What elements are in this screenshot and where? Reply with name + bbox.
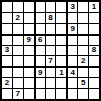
empty-cell-r2c9[interactable] [89, 13, 99, 23]
empty-cell-r1c5[interactable] [46, 2, 56, 12]
empty-cell-r2c4[interactable] [36, 13, 45, 23]
empty-cell-r2c8[interactable] [78, 13, 88, 23]
empty-cell-r9c4[interactable] [36, 89, 45, 99]
empty-cell-r2c1[interactable] [2, 13, 12, 23]
empty-cell-r8c2[interactable] [13, 78, 23, 88]
empty-cell-r6c3[interactable] [24, 56, 34, 66]
given-digit-r5c1: 3 [2, 46, 12, 56]
empty-cell-r4c5[interactable] [46, 36, 56, 45]
empty-cell-r7c1[interactable] [2, 68, 12, 77]
empty-cell-r8c5[interactable] [46, 78, 56, 88]
given-digit-r3c7: 9 [68, 24, 77, 34]
empty-cell-r3c5[interactable] [46, 24, 56, 34]
empty-cell-r8c9[interactable] [89, 78, 99, 88]
empty-cell-r1c2[interactable] [13, 2, 23, 12]
given-digit-r9c2: 7 [13, 89, 23, 99]
empty-cell-r1c1[interactable] [2, 2, 12, 12]
empty-cell-r3c4[interactable] [36, 24, 45, 34]
given-digit-r6c5: 7 [46, 56, 56, 66]
empty-cell-r6c2[interactable] [13, 56, 23, 66]
given-digit-r5c9: 8 [89, 46, 99, 56]
empty-cell-r2c7[interactable] [68, 13, 77, 23]
given-digit-r1c7: 3 [68, 2, 77, 12]
empty-cell-r5c4[interactable] [36, 46, 45, 56]
empty-cell-r3c2[interactable] [13, 24, 23, 34]
empty-cell-r3c8[interactable] [78, 24, 88, 34]
empty-cell-r9c7[interactable] [68, 89, 77, 99]
empty-cell-r7c9[interactable] [89, 68, 99, 77]
empty-cell-r5c2[interactable] [13, 46, 23, 56]
empty-cell-r1c4[interactable] [36, 2, 45, 12]
empty-cell-r6c4[interactable] [36, 56, 45, 66]
given-digit-r7c4: 9 [36, 68, 45, 77]
given-digit-r8c1: 2 [2, 78, 12, 88]
empty-cell-r7c5[interactable] [46, 68, 56, 77]
empty-cell-r9c1[interactable] [2, 89, 12, 99]
empty-cell-r6c7[interactable] [68, 56, 77, 66]
empty-cell-r6c9[interactable] [89, 56, 99, 66]
empty-cell-r9c8[interactable] [78, 89, 88, 99]
given-digit-r1c9: 1 [89, 2, 99, 12]
given-digit-r2c5: 8 [46, 13, 56, 23]
empty-cell-r5c3[interactable] [24, 46, 34, 56]
empty-cell-r1c6[interactable] [56, 2, 66, 12]
empty-cell-r4c6[interactable] [56, 36, 66, 45]
empty-cell-r8c7[interactable] [68, 78, 77, 88]
empty-cell-r5c6[interactable] [56, 46, 66, 56]
empty-cell-r4c7[interactable] [68, 36, 77, 45]
empty-cell-r5c8[interactable] [78, 46, 88, 56]
given-digit-r8c8: 5 [78, 78, 88, 88]
given-digit-r4c4: 6 [36, 36, 45, 45]
sudoku-board: 31289963872914257 [0, 0, 101, 101]
empty-cell-r9c3[interactable] [24, 89, 34, 99]
empty-cell-r7c3[interactable] [24, 68, 34, 77]
empty-cell-r7c8[interactable] [78, 68, 88, 77]
empty-cell-r3c1[interactable] [2, 24, 12, 34]
empty-cell-r4c9[interactable] [89, 36, 99, 45]
given-digit-r4c3: 9 [24, 36, 34, 45]
empty-cell-r9c5[interactable] [46, 89, 56, 99]
given-digit-r7c7: 4 [68, 68, 77, 77]
empty-cell-r4c2[interactable] [13, 36, 23, 45]
empty-cell-r4c1[interactable] [2, 36, 12, 45]
empty-cell-r9c6[interactable] [56, 89, 66, 99]
given-digit-r2c2: 2 [13, 13, 23, 23]
empty-cell-r1c3[interactable] [24, 2, 34, 12]
empty-cell-r1c8[interactable] [78, 2, 88, 12]
empty-cell-r5c5[interactable] [46, 46, 56, 56]
empty-cell-r2c3[interactable] [24, 13, 34, 23]
empty-cell-r6c1[interactable] [2, 56, 12, 66]
empty-cell-r6c6[interactable] [56, 56, 66, 66]
empty-cell-r7c2[interactable] [13, 68, 23, 77]
empty-cell-r3c6[interactable] [56, 24, 66, 34]
given-digit-r6c8: 2 [78, 56, 88, 66]
empty-cell-r2c6[interactable] [56, 13, 66, 23]
empty-cell-r5c7[interactable] [68, 46, 77, 56]
empty-cell-r3c3[interactable] [24, 24, 34, 34]
empty-cell-r4c8[interactable] [78, 36, 88, 45]
empty-cell-r8c3[interactable] [24, 78, 34, 88]
given-digit-r7c6: 1 [56, 68, 66, 77]
empty-cell-r3c9[interactable] [89, 24, 99, 34]
empty-cell-r8c4[interactable] [36, 78, 45, 88]
empty-cell-r9c9[interactable] [89, 89, 99, 99]
empty-cell-r8c6[interactable] [56, 78, 66, 88]
